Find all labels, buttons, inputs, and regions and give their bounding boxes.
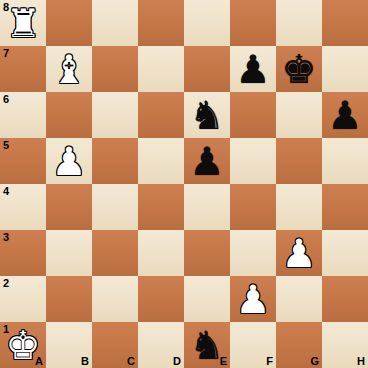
square-b6[interactable]: [46, 92, 92, 138]
square-f5[interactable]: [230, 138, 276, 184]
square-b3[interactable]: [46, 230, 92, 276]
square-h8[interactable]: [322, 0, 368, 46]
square-g3[interactable]: ♟: [276, 230, 322, 276]
square-c7[interactable]: [92, 46, 138, 92]
square-g8[interactable]: [276, 0, 322, 46]
chess-board-container: 8♜7♝♟♚6♞♟5♟♟43♟2♟1A♚BCDE♞FGH: [0, 0, 368, 368]
piece-white-bishop[interactable]: ♝: [46, 46, 92, 92]
square-a6[interactable]: 6: [0, 92, 46, 138]
square-d5[interactable]: [138, 138, 184, 184]
square-c3[interactable]: [92, 230, 138, 276]
square-a1[interactable]: 1A♚: [0, 322, 46, 368]
square-g1[interactable]: G: [276, 322, 322, 368]
square-e6[interactable]: ♞: [184, 92, 230, 138]
square-e3[interactable]: [184, 230, 230, 276]
square-g6[interactable]: [276, 92, 322, 138]
file-label-g: G: [310, 355, 319, 367]
piece-white-rook[interactable]: ♜: [0, 0, 46, 46]
square-h4[interactable]: [322, 184, 368, 230]
square-h2[interactable]: [322, 276, 368, 322]
square-f1[interactable]: F: [230, 322, 276, 368]
square-e5[interactable]: ♟: [184, 138, 230, 184]
piece-black-pawn[interactable]: ♟: [184, 138, 230, 184]
square-h6[interactable]: ♟: [322, 92, 368, 138]
square-g7[interactable]: ♚: [276, 46, 322, 92]
square-c4[interactable]: [92, 184, 138, 230]
square-b7[interactable]: ♝: [46, 46, 92, 92]
piece-white-pawn[interactable]: ♟: [230, 276, 276, 322]
square-c8[interactable]: [92, 0, 138, 46]
square-a7[interactable]: 7: [0, 46, 46, 92]
piece-white-pawn[interactable]: ♟: [276, 230, 322, 276]
square-f4[interactable]: [230, 184, 276, 230]
square-c5[interactable]: [92, 138, 138, 184]
square-f8[interactable]: [230, 0, 276, 46]
square-h5[interactable]: [322, 138, 368, 184]
square-f7[interactable]: ♟: [230, 46, 276, 92]
piece-white-pawn[interactable]: ♟: [46, 138, 92, 184]
square-e4[interactable]: [184, 184, 230, 230]
square-b1[interactable]: B: [46, 322, 92, 368]
square-f6[interactable]: [230, 92, 276, 138]
piece-black-pawn[interactable]: ♟: [230, 46, 276, 92]
square-h3[interactable]: [322, 230, 368, 276]
rank-label-4: 4: [3, 185, 9, 197]
square-h7[interactable]: [322, 46, 368, 92]
square-e8[interactable]: [184, 0, 230, 46]
file-label-f: F: [266, 355, 273, 367]
square-a4[interactable]: 4: [0, 184, 46, 230]
rank-label-2: 2: [3, 277, 9, 289]
square-a8[interactable]: 8♜: [0, 0, 46, 46]
square-d4[interactable]: [138, 184, 184, 230]
piece-white-king[interactable]: ♚: [0, 322, 46, 368]
piece-black-knight[interactable]: ♞: [184, 92, 230, 138]
square-h1[interactable]: H: [322, 322, 368, 368]
square-e7[interactable]: [184, 46, 230, 92]
square-g4[interactable]: [276, 184, 322, 230]
square-a5[interactable]: 5: [0, 138, 46, 184]
piece-black-pawn[interactable]: ♟: [322, 92, 368, 138]
square-d1[interactable]: D: [138, 322, 184, 368]
square-d3[interactable]: [138, 230, 184, 276]
piece-black-knight[interactable]: ♞: [184, 322, 230, 368]
rank-label-6: 6: [3, 93, 9, 105]
square-e2[interactable]: [184, 276, 230, 322]
rank-label-5: 5: [3, 139, 9, 151]
square-c2[interactable]: [92, 276, 138, 322]
square-d2[interactable]: [138, 276, 184, 322]
rank-label-3: 3: [3, 231, 9, 243]
file-label-c: C: [127, 355, 135, 367]
square-a3[interactable]: 3: [0, 230, 46, 276]
square-a2[interactable]: 2: [0, 276, 46, 322]
file-label-d: D: [173, 355, 181, 367]
square-f3[interactable]: [230, 230, 276, 276]
square-c1[interactable]: C: [92, 322, 138, 368]
file-label-h: H: [357, 355, 365, 367]
square-b8[interactable]: [46, 0, 92, 46]
square-d6[interactable]: [138, 92, 184, 138]
file-label-b: B: [81, 355, 89, 367]
square-g5[interactable]: [276, 138, 322, 184]
chess-board: 8♜7♝♟♚6♞♟5♟♟43♟2♟1A♚BCDE♞FGH: [0, 0, 368, 368]
square-b2[interactable]: [46, 276, 92, 322]
square-d8[interactable]: [138, 0, 184, 46]
square-f2[interactable]: ♟: [230, 276, 276, 322]
rank-label-7: 7: [3, 47, 9, 59]
square-c6[interactable]: [92, 92, 138, 138]
square-b4[interactable]: [46, 184, 92, 230]
square-g2[interactable]: [276, 276, 322, 322]
square-d7[interactable]: [138, 46, 184, 92]
piece-black-king[interactable]: ♚: [276, 46, 322, 92]
square-e1[interactable]: E♞: [184, 322, 230, 368]
square-b5[interactable]: ♟: [46, 138, 92, 184]
